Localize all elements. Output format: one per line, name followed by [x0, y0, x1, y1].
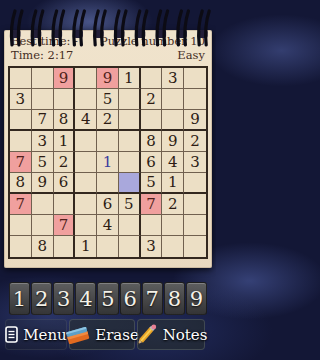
eraser-icon	[65, 325, 90, 344]
cell-r4c3[interactable]: 1	[54, 131, 76, 152]
menu-button[interactable]: Menu	[5, 319, 67, 350]
cell-r3c7[interactable]	[141, 110, 163, 131]
cell-r3c4[interactable]: 4	[75, 110, 97, 131]
cell-r2c9[interactable]	[184, 89, 206, 110]
erase-button-label: Erase	[95, 326, 139, 344]
cell-r5c8[interactable]: 4	[162, 152, 184, 173]
cell-r7c9[interactable]	[184, 194, 206, 215]
cell-r6c8[interactable]: 1	[162, 173, 184, 194]
cell-r1c4[interactable]	[75, 68, 97, 89]
cell-r8c6[interactable]	[119, 215, 141, 236]
notepad-paper: Best time: - Puzzle number 10 Time: 2:17…	[4, 30, 212, 268]
cell-r8c3[interactable]: 7	[54, 215, 76, 236]
cell-r4c4[interactable]	[75, 131, 97, 152]
cell-r1c5[interactable]: 9	[97, 68, 119, 89]
cell-r3c6[interactable]	[119, 110, 141, 131]
cell-r4c1[interactable]	[10, 131, 32, 152]
cell-r3c3[interactable]: 8	[54, 110, 76, 131]
cell-r6c2[interactable]: 9	[32, 173, 54, 194]
cell-r6c3[interactable]: 6	[54, 173, 76, 194]
cell-r7c8[interactable]: 2	[162, 194, 184, 215]
cell-r1c9[interactable]	[184, 68, 206, 89]
number-button-1[interactable]: 1	[9, 282, 30, 315]
cell-r5c1[interactable]: 7	[10, 152, 32, 173]
cell-r8c5[interactable]: 4	[97, 215, 119, 236]
cell-r3c5[interactable]: 2	[97, 110, 119, 131]
difficulty-label: Easy	[177, 48, 205, 62]
cell-r8c7[interactable]	[141, 215, 163, 236]
cell-r6c9[interactable]	[184, 173, 206, 194]
cell-r6c7[interactable]: 5	[141, 173, 163, 194]
cell-r3c8[interactable]	[162, 110, 184, 131]
cell-r5c7[interactable]: 6	[141, 152, 163, 173]
cell-r6c1[interactable]: 8	[10, 173, 32, 194]
cell-r4c9[interactable]: 2	[184, 131, 206, 152]
notes-button-label: Notes	[163, 326, 208, 344]
number-button-5[interactable]: 5	[97, 282, 118, 315]
cell-r8c8[interactable]	[162, 215, 184, 236]
cell-r4c7[interactable]: 8	[141, 131, 163, 152]
cell-r4c2[interactable]: 3	[32, 131, 54, 152]
cell-r2c1[interactable]: 3	[10, 89, 32, 110]
cell-r3c9[interactable]: 9	[184, 110, 206, 131]
cell-r8c4[interactable]	[75, 215, 97, 236]
cell-r9c5[interactable]	[97, 236, 119, 257]
cell-r2c6[interactable]	[119, 89, 141, 110]
number-button-8[interactable]: 8	[164, 282, 185, 315]
cell-r9c7[interactable]: 3	[141, 236, 163, 257]
cell-r1c2[interactable]	[32, 68, 54, 89]
cell-r9c6[interactable]	[119, 236, 141, 257]
cell-r5c2[interactable]: 5	[32, 152, 54, 173]
cell-r1c3[interactable]: 9	[54, 68, 76, 89]
cell-r3c2[interactable]: 7	[32, 110, 54, 131]
cell-r9c2[interactable]: 8	[32, 236, 54, 257]
cell-r6c6[interactable]	[119, 173, 141, 194]
cell-r4c5[interactable]	[97, 131, 119, 152]
number-button-6[interactable]: 6	[120, 282, 141, 315]
cell-r9c8[interactable]	[162, 236, 184, 257]
number-button-9[interactable]: 9	[186, 282, 207, 315]
menu-list-icon	[5, 326, 18, 343]
cell-r1c7[interactable]	[141, 68, 163, 89]
cell-r7c1[interactable]: 7	[10, 194, 32, 215]
cell-r4c6[interactable]	[119, 131, 141, 152]
number-button-3[interactable]: 3	[53, 282, 74, 315]
spiral-binding	[0, 0, 216, 50]
number-input-bar: 123456789	[9, 282, 207, 315]
notes-button[interactable]: Notes	[137, 319, 205, 350]
cell-r9c1[interactable]	[10, 236, 32, 257]
cell-r7c7[interactable]: 7	[141, 194, 163, 215]
cell-r2c5[interactable]: 5	[97, 89, 119, 110]
cell-r9c4[interactable]: 1	[75, 236, 97, 257]
sudoku-grid: 991335278429318927521643896517657274813	[8, 66, 208, 259]
cell-r7c3[interactable]	[54, 194, 76, 215]
cell-r8c2[interactable]	[32, 215, 54, 236]
cell-r9c3[interactable]	[54, 236, 76, 257]
cell-r7c4[interactable]	[75, 194, 97, 215]
cell-r9c9[interactable]	[184, 236, 206, 257]
pencil-icon	[135, 324, 158, 346]
cell-r7c5[interactable]: 6	[97, 194, 119, 215]
erase-button[interactable]: Erase	[69, 319, 135, 350]
cell-r5c5[interactable]: 1	[97, 152, 119, 173]
cell-r6c4[interactable]	[75, 173, 97, 194]
cell-r1c6[interactable]: 1	[119, 68, 141, 89]
menu-button-label: Menu	[23, 326, 67, 344]
cell-r7c6[interactable]: 5	[119, 194, 141, 215]
cell-r3c1[interactable]	[10, 110, 32, 131]
cell-r5c9[interactable]: 3	[184, 152, 206, 173]
number-button-4[interactable]: 4	[75, 282, 96, 315]
cell-r2c8[interactable]	[162, 89, 184, 110]
cell-r4c8[interactable]: 9	[162, 131, 184, 152]
cell-r7c2[interactable]	[32, 194, 54, 215]
cell-r8c9[interactable]	[184, 215, 206, 236]
cell-r5c6[interactable]	[119, 152, 141, 173]
number-button-7[interactable]: 7	[142, 282, 163, 315]
timer-label: Time: 2:17	[11, 48, 73, 62]
cell-r5c4[interactable]	[75, 152, 97, 173]
cell-r1c8[interactable]: 3	[162, 68, 184, 89]
number-button-2[interactable]: 2	[31, 282, 52, 315]
cell-r1c1[interactable]	[10, 68, 32, 89]
bottom-toolbar: Menu Erase Notes	[5, 319, 205, 350]
cell-r5c3[interactable]: 2	[54, 152, 76, 173]
cell-r6c5[interactable]	[97, 173, 119, 194]
cell-r2c7[interactable]: 2	[141, 89, 163, 110]
cell-r2c3[interactable]	[54, 89, 76, 110]
cell-r2c2[interactable]	[32, 89, 54, 110]
cell-r8c1[interactable]	[10, 215, 32, 236]
cell-r2c4[interactable]	[75, 89, 97, 110]
